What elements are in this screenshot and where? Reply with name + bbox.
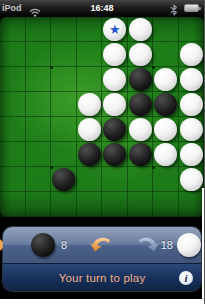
cell-r0c0[interactable] bbox=[0, 17, 26, 42]
image-border bbox=[0, 299, 204, 304]
cell-r5c7[interactable] bbox=[179, 142, 205, 167]
cell-r6c3[interactable] bbox=[77, 167, 103, 192]
cell-r3c6[interactable] bbox=[153, 92, 179, 117]
undo-button[interactable] bbox=[89, 236, 113, 254]
cell-r3c1[interactable] bbox=[26, 92, 52, 117]
cell-r1c0[interactable] bbox=[0, 42, 26, 67]
white-count: 18 bbox=[161, 227, 173, 263]
white-piece bbox=[103, 93, 126, 116]
cell-r0c1[interactable] bbox=[26, 17, 52, 42]
cell-r2c3[interactable] bbox=[77, 67, 103, 92]
black-piece bbox=[78, 143, 101, 166]
cell-r5c3[interactable] bbox=[77, 142, 103, 167]
undo-arrow-icon bbox=[89, 242, 113, 257]
cell-r1c7[interactable] bbox=[179, 42, 205, 67]
white-piece bbox=[180, 43, 203, 66]
white-piece bbox=[180, 143, 203, 166]
cell-r6c1[interactable] bbox=[26, 167, 52, 192]
black-piece bbox=[103, 143, 126, 166]
cell-r6c7[interactable] bbox=[179, 167, 205, 192]
black-piece bbox=[103, 118, 126, 141]
white-piece bbox=[154, 68, 177, 91]
white-piece-last-move: ★ bbox=[103, 18, 126, 41]
black-piece bbox=[129, 143, 152, 166]
cell-r0c5[interactable] bbox=[128, 17, 154, 42]
cell-r6c6[interactable] bbox=[153, 167, 179, 192]
info-button[interactable]: i bbox=[179, 271, 193, 285]
white-piece bbox=[78, 118, 101, 141]
cell-r3c5[interactable] bbox=[128, 92, 154, 117]
cell-r0c6[interactable] bbox=[153, 17, 179, 42]
cell-r1c3[interactable] bbox=[77, 42, 103, 67]
cell-r1c5[interactable] bbox=[128, 42, 154, 67]
cell-r1c1[interactable] bbox=[26, 42, 52, 67]
white-piece bbox=[154, 143, 177, 166]
cell-r5c2[interactable] bbox=[51, 142, 77, 167]
cell-r0c3[interactable] bbox=[77, 17, 103, 42]
cell-r3c7[interactable] bbox=[179, 92, 205, 117]
cell-r2c0[interactable] bbox=[0, 67, 26, 92]
last-move-star-icon: ★ bbox=[109, 23, 121, 36]
cell-r4c6[interactable] bbox=[153, 117, 179, 142]
cell-r2c6[interactable] bbox=[153, 67, 179, 92]
white-score-disc bbox=[177, 233, 201, 257]
cell-r2c7[interactable] bbox=[179, 67, 205, 92]
status-bar: iPod 16:48 bbox=[0, 0, 204, 17]
battery-icon bbox=[184, 4, 199, 12]
cell-r5c0[interactable] bbox=[0, 142, 26, 167]
black-piece bbox=[129, 68, 152, 91]
white-piece bbox=[180, 93, 203, 116]
black-piece bbox=[154, 93, 177, 116]
black-count: 8 bbox=[61, 227, 67, 263]
cell-r1c6[interactable] bbox=[153, 42, 179, 67]
cell-r5c4[interactable] bbox=[102, 142, 128, 167]
cell-r4c0[interactable] bbox=[0, 117, 26, 142]
cell-r7c3[interactable] bbox=[77, 192, 103, 217]
cell-r1c4[interactable] bbox=[102, 42, 128, 67]
cell-r4c1[interactable] bbox=[26, 117, 52, 142]
white-piece bbox=[154, 118, 177, 141]
cell-r7c4[interactable] bbox=[102, 192, 128, 217]
cell-r0c4[interactable]: ★ bbox=[102, 17, 128, 42]
cell-r2c2[interactable] bbox=[51, 67, 77, 92]
black-piece bbox=[52, 168, 75, 191]
redo-button[interactable] bbox=[136, 236, 160, 254]
cell-r2c4[interactable] bbox=[102, 67, 128, 92]
cell-r7c5[interactable] bbox=[128, 192, 154, 217]
black-piece bbox=[129, 93, 152, 116]
cell-r7c6[interactable] bbox=[153, 192, 179, 217]
cell-r5c6[interactable] bbox=[153, 142, 179, 167]
message-bar: Your turn to play i bbox=[3, 263, 201, 291]
image-border bbox=[202, 188, 204, 304]
cell-r2c1[interactable] bbox=[26, 67, 52, 92]
cell-r6c5[interactable] bbox=[128, 167, 154, 192]
white-piece bbox=[180, 68, 203, 91]
black-score-disc bbox=[31, 233, 55, 257]
white-piece bbox=[129, 43, 152, 66]
cell-r5c5[interactable] bbox=[128, 142, 154, 167]
cell-r3c0[interactable] bbox=[0, 92, 26, 117]
white-piece bbox=[103, 68, 126, 91]
cell-r1c2[interactable] bbox=[51, 42, 77, 67]
cell-r2c5[interactable] bbox=[128, 67, 154, 92]
cell-r7c7[interactable] bbox=[179, 192, 205, 217]
bottom-panel: 8 bbox=[3, 227, 201, 291]
cell-r6c4[interactable] bbox=[102, 167, 128, 192]
cell-r4c3[interactable] bbox=[77, 117, 103, 142]
cell-r4c5[interactable] bbox=[128, 117, 154, 142]
cell-r4c2[interactable] bbox=[51, 117, 77, 142]
cell-r0c7[interactable] bbox=[179, 17, 205, 42]
white-piece bbox=[180, 118, 203, 141]
reversi-board: ★ bbox=[0, 17, 204, 217]
screen: iPod 16:48 ★ 8 bbox=[0, 0, 204, 304]
cell-r3c2[interactable] bbox=[51, 92, 77, 117]
cell-r0c2[interactable] bbox=[51, 17, 77, 42]
cell-r4c7[interactable] bbox=[179, 117, 205, 142]
cell-r6c0[interactable] bbox=[0, 167, 26, 192]
white-piece bbox=[78, 93, 101, 116]
cell-r3c4[interactable] bbox=[102, 92, 128, 117]
cell-r7c0[interactable] bbox=[0, 192, 26, 217]
cell-r3c3[interactable] bbox=[77, 92, 103, 117]
cell-r4c4[interactable] bbox=[102, 117, 128, 142]
redo-arrow-icon bbox=[136, 242, 160, 257]
cell-r5c1[interactable] bbox=[26, 142, 52, 167]
cell-r6c2[interactable] bbox=[51, 167, 77, 192]
white-piece bbox=[180, 168, 203, 191]
status-message: Your turn to play bbox=[59, 272, 146, 284]
score-toolbar: 8 bbox=[3, 227, 201, 263]
cell-r7c2[interactable] bbox=[51, 192, 77, 217]
cell-r7c1[interactable] bbox=[26, 192, 52, 217]
white-piece bbox=[129, 118, 152, 141]
white-piece bbox=[103, 43, 126, 66]
white-piece bbox=[129, 18, 152, 41]
